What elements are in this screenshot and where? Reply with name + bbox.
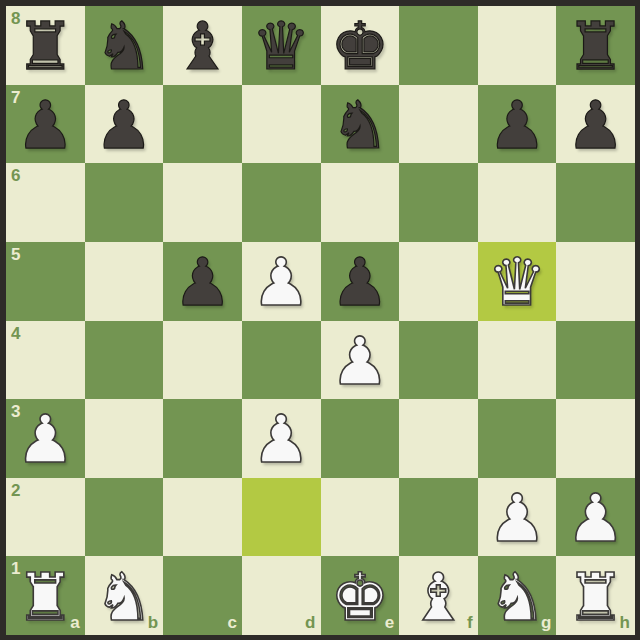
black-queen[interactable]: ♛ [252,14,311,80]
white-rook[interactable]: ♜ [16,565,75,631]
square-c1[interactable]: c [163,556,242,635]
white-pawn[interactable]: ♟ [252,250,311,316]
black-knight[interactable]: ♞ [94,14,153,80]
file-label-d: d [305,614,315,631]
square-g4[interactable] [478,321,557,400]
square-d3[interactable]: ♟ [242,399,321,478]
white-pawn[interactable]: ♟ [487,486,546,552]
rank-label-2: 2 [11,482,20,499]
square-a3[interactable]: ♟3 [6,399,85,478]
square-f6[interactable] [399,163,478,242]
square-b5[interactable] [85,242,164,321]
square-b2[interactable] [85,478,164,557]
square-g1[interactable]: ♞g [478,556,557,635]
black-pawn[interactable]: ♟ [566,93,625,159]
square-a4[interactable]: 4 [6,321,85,400]
file-label-g: g [541,614,551,631]
square-f2[interactable] [399,478,478,557]
black-knight[interactable]: ♞ [330,93,389,159]
square-b4[interactable] [85,321,164,400]
black-pawn[interactable]: ♟ [487,93,546,159]
square-c8[interactable]: ♝ [163,6,242,85]
square-h1[interactable]: ♜h [556,556,635,635]
square-e2[interactable] [321,478,400,557]
rank-label-4: 4 [11,325,20,342]
square-c5[interactable]: ♟ [163,242,242,321]
square-c7[interactable] [163,85,242,164]
square-c2[interactable] [163,478,242,557]
square-e1[interactable]: ♚e [321,556,400,635]
square-h5[interactable] [556,242,635,321]
rank-label-1: 1 [11,560,20,577]
square-h7[interactable]: ♟ [556,85,635,164]
black-pawn[interactable]: ♟ [330,250,389,316]
square-f4[interactable] [399,321,478,400]
square-g7[interactable]: ♟ [478,85,557,164]
square-g2[interactable]: ♟ [478,478,557,557]
square-b7[interactable]: ♟ [85,85,164,164]
white-pawn[interactable]: ♟ [252,407,311,473]
square-d6[interactable] [242,163,321,242]
square-a1[interactable]: ♜1a [6,556,85,635]
file-label-b: b [148,614,158,631]
square-h8[interactable]: ♜ [556,6,635,85]
square-f5[interactable] [399,242,478,321]
square-h2[interactable]: ♟ [556,478,635,557]
square-b3[interactable] [85,399,164,478]
square-a7[interactable]: ♟7 [6,85,85,164]
white-pawn[interactable]: ♟ [566,486,625,552]
square-g6[interactable] [478,163,557,242]
square-a5[interactable]: 5 [6,242,85,321]
square-e7[interactable]: ♞ [321,85,400,164]
chess-board: ♜8♞♝♛♚♜♟7♟♞♟♟65♟♟♟♛4♟♟3♟2♟♟♜1a♞bcd♚e♝f♞g… [6,6,635,635]
rank-label-8: 8 [11,10,20,27]
rank-label-5: 5 [11,246,20,263]
square-e5[interactable]: ♟ [321,242,400,321]
white-knight[interactable]: ♞ [94,565,153,631]
file-label-f: f [467,614,473,631]
file-label-e: e [385,614,394,631]
square-f1[interactable]: ♝f [399,556,478,635]
white-king[interactable]: ♚ [330,565,389,631]
square-h6[interactable] [556,163,635,242]
square-e3[interactable] [321,399,400,478]
square-f7[interactable] [399,85,478,164]
black-pawn[interactable]: ♟ [173,250,232,316]
rank-label-7: 7 [11,89,20,106]
square-a2[interactable]: 2 [6,478,85,557]
square-e8[interactable]: ♚ [321,6,400,85]
square-h3[interactable] [556,399,635,478]
rank-label-3: 3 [11,403,20,420]
rank-label-6: 6 [11,167,20,184]
white-bishop[interactable]: ♝ [409,565,468,631]
black-rook[interactable]: ♜ [566,14,625,80]
file-label-a: a [70,614,79,631]
square-d8[interactable]: ♛ [242,6,321,85]
chess-board-frame: ♜8♞♝♛♚♜♟7♟♞♟♟65♟♟♟♛4♟♟3♟2♟♟♜1a♞bcd♚e♝f♞g… [0,0,640,640]
black-pawn[interactable]: ♟ [16,93,75,159]
square-a8[interactable]: ♜8 [6,6,85,85]
square-e4[interactable]: ♟ [321,321,400,400]
square-a6[interactable]: 6 [6,163,85,242]
white-rook[interactable]: ♜ [566,565,625,631]
square-b1[interactable]: ♞b [85,556,164,635]
square-d5[interactable]: ♟ [242,242,321,321]
square-c4[interactable] [163,321,242,400]
black-pawn[interactable]: ♟ [94,93,153,159]
square-c6[interactable] [163,163,242,242]
square-b6[interactable] [85,163,164,242]
white-queen[interactable]: ♛ [487,250,546,316]
square-b8[interactable]: ♞ [85,6,164,85]
square-f8[interactable] [399,6,478,85]
white-pawn[interactable]: ♟ [16,407,75,473]
file-label-h: h [620,614,630,631]
file-label-c: c [227,614,236,631]
square-c3[interactable] [163,399,242,478]
square-f3[interactable] [399,399,478,478]
square-g8[interactable] [478,6,557,85]
square-g3[interactable] [478,399,557,478]
square-e6[interactable] [321,163,400,242]
square-d4[interactable] [242,321,321,400]
white-pawn[interactable]: ♟ [330,329,389,395]
square-d1[interactable]: d [242,556,321,635]
square-h4[interactable] [556,321,635,400]
black-rook[interactable]: ♜ [16,14,75,80]
square-d7[interactable] [242,85,321,164]
black-king[interactable]: ♚ [330,14,389,80]
square-d2[interactable] [242,478,321,557]
white-knight[interactable]: ♞ [487,565,546,631]
black-bishop[interactable]: ♝ [173,14,232,80]
square-g5[interactable]: ♛ [478,242,557,321]
